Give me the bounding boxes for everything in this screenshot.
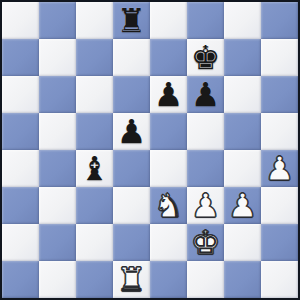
square-c5[interactable] bbox=[76, 113, 113, 150]
square-c3[interactable] bbox=[76, 187, 113, 224]
square-g2[interactable] bbox=[224, 224, 261, 261]
piece-black-pawn[interactable]: ♟ bbox=[154, 76, 184, 113]
square-f3[interactable]: ♟ bbox=[187, 187, 224, 224]
square-b6[interactable] bbox=[39, 76, 76, 113]
square-d1[interactable]: ♜ bbox=[113, 261, 150, 298]
piece-black-pawn[interactable]: ♟ bbox=[191, 76, 221, 113]
square-g6[interactable] bbox=[224, 76, 261, 113]
square-b3[interactable] bbox=[39, 187, 76, 224]
square-f4[interactable] bbox=[187, 150, 224, 187]
square-h8[interactable] bbox=[261, 2, 298, 39]
square-f5[interactable] bbox=[187, 113, 224, 150]
square-e3[interactable]: ♞ bbox=[150, 187, 187, 224]
square-d7[interactable] bbox=[113, 39, 150, 76]
square-b8[interactable] bbox=[39, 2, 76, 39]
square-a4[interactable] bbox=[2, 150, 39, 187]
square-d6[interactable] bbox=[113, 76, 150, 113]
square-h1[interactable] bbox=[261, 261, 298, 298]
square-a6[interactable] bbox=[2, 76, 39, 113]
square-h4[interactable]: ♟ bbox=[261, 150, 298, 187]
square-h3[interactable] bbox=[261, 187, 298, 224]
square-h7[interactable] bbox=[261, 39, 298, 76]
square-c7[interactable] bbox=[76, 39, 113, 76]
square-d4[interactable] bbox=[113, 150, 150, 187]
square-f1[interactable] bbox=[187, 261, 224, 298]
square-c1[interactable] bbox=[76, 261, 113, 298]
square-e5[interactable] bbox=[150, 113, 187, 150]
piece-black-bishop[interactable]: ♝ bbox=[80, 150, 110, 187]
chess-board-frame: ♜♚♟♟♟♝♟♞♟♟♚♜ bbox=[0, 0, 300, 300]
piece-white-rook[interactable]: ♜ bbox=[117, 261, 147, 298]
square-d3[interactable] bbox=[113, 187, 150, 224]
square-h2[interactable] bbox=[261, 224, 298, 261]
square-c2[interactable] bbox=[76, 224, 113, 261]
piece-white-pawn[interactable]: ♟ bbox=[191, 187, 221, 224]
piece-black-rook[interactable]: ♜ bbox=[117, 2, 147, 39]
square-f7[interactable]: ♚ bbox=[187, 39, 224, 76]
square-d8[interactable]: ♜ bbox=[113, 2, 150, 39]
square-a1[interactable] bbox=[2, 261, 39, 298]
square-g4[interactable] bbox=[224, 150, 261, 187]
square-d5[interactable]: ♟ bbox=[113, 113, 150, 150]
square-b4[interactable] bbox=[39, 150, 76, 187]
piece-white-king[interactable]: ♚ bbox=[191, 224, 221, 261]
piece-white-pawn[interactable]: ♟ bbox=[265, 150, 295, 187]
square-g5[interactable] bbox=[224, 113, 261, 150]
square-g3[interactable]: ♟ bbox=[224, 187, 261, 224]
square-c8[interactable] bbox=[76, 2, 113, 39]
square-a8[interactable] bbox=[2, 2, 39, 39]
chess-board: ♜♚♟♟♟♝♟♞♟♟♚♜ bbox=[2, 2, 298, 298]
square-g1[interactable] bbox=[224, 261, 261, 298]
square-e2[interactable] bbox=[150, 224, 187, 261]
square-a5[interactable] bbox=[2, 113, 39, 150]
square-e8[interactable] bbox=[150, 2, 187, 39]
square-b7[interactable] bbox=[39, 39, 76, 76]
square-e1[interactable] bbox=[150, 261, 187, 298]
square-a3[interactable] bbox=[2, 187, 39, 224]
square-e7[interactable] bbox=[150, 39, 187, 76]
square-e6[interactable]: ♟ bbox=[150, 76, 187, 113]
square-f8[interactable] bbox=[187, 2, 224, 39]
square-f2[interactable]: ♚ bbox=[187, 224, 224, 261]
square-h5[interactable] bbox=[261, 113, 298, 150]
square-b5[interactable] bbox=[39, 113, 76, 150]
piece-white-knight[interactable]: ♞ bbox=[154, 187, 184, 224]
square-f6[interactable]: ♟ bbox=[187, 76, 224, 113]
square-c4[interactable]: ♝ bbox=[76, 150, 113, 187]
square-h6[interactable] bbox=[261, 76, 298, 113]
square-a2[interactable] bbox=[2, 224, 39, 261]
square-a7[interactable] bbox=[2, 39, 39, 76]
square-c6[interactable] bbox=[76, 76, 113, 113]
square-b2[interactable] bbox=[39, 224, 76, 261]
square-e4[interactable] bbox=[150, 150, 187, 187]
piece-white-pawn[interactable]: ♟ bbox=[228, 187, 258, 224]
square-b1[interactable] bbox=[39, 261, 76, 298]
square-g7[interactable] bbox=[224, 39, 261, 76]
piece-black-pawn[interactable]: ♟ bbox=[117, 113, 147, 150]
square-d2[interactable] bbox=[113, 224, 150, 261]
piece-black-king[interactable]: ♚ bbox=[191, 39, 221, 76]
square-g8[interactable] bbox=[224, 2, 261, 39]
